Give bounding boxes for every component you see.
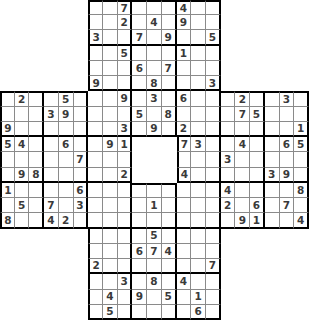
cell-r21c10[interactable]	[132, 305, 147, 320]
cell-r15c7[interactable]	[88, 213, 103, 228]
cell-r3c6	[74, 30, 89, 45]
cell-r15c12[interactable]	[162, 213, 177, 228]
cell-r1c14[interactable]	[191, 0, 206, 15]
cell-r10c15[interactable]	[206, 137, 221, 152]
cell-r4c16	[221, 46, 236, 61]
given-r1c9: 7	[118, 0, 133, 15]
cell-r6c4	[44, 76, 59, 91]
given-r7c11: 3	[147, 91, 162, 106]
cell-r12c7[interactable]	[88, 168, 103, 183]
cell-r18c11[interactable]	[147, 259, 162, 274]
cell-r6c17	[235, 76, 250, 91]
given-r19c11: 8	[147, 274, 162, 289]
cell-r11c5[interactable]	[59, 152, 74, 167]
cell-r1c19	[265, 0, 280, 15]
cell-r7c6[interactable]	[74, 91, 89, 106]
cell-r11c2[interactable]	[15, 152, 30, 167]
cell-r3c4	[44, 30, 59, 45]
cell-r17c20	[280, 244, 295, 259]
given-r15c1: 8	[0, 213, 15, 228]
cell-r12c8[interactable]	[103, 168, 118, 183]
given-r9c21: 1	[294, 122, 309, 137]
given-r3c12: 9	[162, 30, 177, 45]
cell-r6c14[interactable]	[191, 76, 206, 91]
cell-r15c8[interactable]	[103, 213, 118, 228]
cell-r1c11[interactable]	[147, 0, 162, 15]
cell-r8c14[interactable]	[191, 107, 206, 122]
cell-r5c14[interactable]	[191, 61, 206, 76]
cell-r18c10[interactable]	[132, 259, 147, 274]
cell-r10c7[interactable]	[88, 137, 103, 152]
cell-r9c12[interactable]	[162, 122, 177, 137]
cell-r13c11[interactable]	[147, 183, 162, 198]
cell-r2c2	[15, 15, 30, 30]
cell-r8c13[interactable]	[177, 107, 192, 122]
cell-r21c9[interactable]	[118, 305, 133, 320]
cell-r9c6[interactable]	[74, 122, 89, 137]
cell-r8c11[interactable]	[147, 107, 162, 122]
cell-r20c17	[235, 290, 250, 305]
cell-r18c12[interactable]	[162, 259, 177, 274]
cell-r19c10[interactable]	[132, 274, 147, 289]
cell-r13c17[interactable]	[235, 183, 250, 198]
cell-r1c7[interactable]	[88, 0, 103, 15]
cell-r14c8[interactable]	[103, 198, 118, 213]
cell-r14c19[interactable]	[265, 198, 280, 213]
cell-r8c2[interactable]	[15, 107, 30, 122]
cell-r8c7[interactable]	[88, 107, 103, 122]
cell-r16c3	[29, 229, 44, 244]
cell-r2c19	[265, 15, 280, 30]
cell-r16c13[interactable]	[177, 229, 192, 244]
given-r3c10: 7	[132, 30, 147, 45]
cell-r11c11	[147, 152, 162, 167]
cell-r9c14[interactable]	[191, 122, 206, 137]
cell-r5c7[interactable]	[88, 61, 103, 76]
cell-r14c10[interactable]	[132, 198, 147, 213]
cell-r7c4[interactable]	[44, 91, 59, 106]
cell-r4c10[interactable]	[132, 46, 147, 61]
cell-r21c16	[221, 305, 236, 320]
cell-r9c18[interactable]	[250, 122, 265, 137]
cell-r15c16[interactable]	[221, 213, 236, 228]
cell-r19c12[interactable]	[162, 274, 177, 289]
cell-r11c18[interactable]	[250, 152, 265, 167]
cell-r4c7[interactable]	[88, 46, 103, 61]
cell-r9c20[interactable]	[280, 122, 295, 137]
cell-r16c21	[294, 229, 309, 244]
given-r14c18: 6	[250, 198, 265, 213]
cell-r6c2	[15, 76, 30, 91]
cell-r13c2[interactable]	[15, 183, 30, 198]
cell-r8c20[interactable]	[280, 107, 295, 122]
cell-r9c5[interactable]	[59, 122, 74, 137]
cell-r3c9[interactable]	[118, 30, 133, 45]
cell-r4c15[interactable]	[206, 46, 221, 61]
cell-r17c15[interactable]	[206, 244, 221, 259]
cell-r16c10[interactable]	[132, 229, 147, 244]
cell-r6c13[interactable]	[177, 76, 192, 91]
given-r13c6: 6	[74, 183, 89, 198]
cell-r13c7[interactable]	[88, 183, 103, 198]
cell-r21c13[interactable]	[177, 305, 192, 320]
cell-r18c9[interactable]	[118, 259, 133, 274]
cell-r5c9[interactable]	[118, 61, 133, 76]
cell-r21c15[interactable]	[206, 305, 221, 320]
cell-r9c19[interactable]	[265, 122, 280, 137]
cell-r20c15[interactable]	[206, 290, 221, 305]
cell-r19c4	[44, 274, 59, 289]
cell-r11c7[interactable]	[88, 152, 103, 167]
cell-r1c20	[280, 0, 295, 15]
cell-r8c3[interactable]	[29, 107, 44, 122]
cell-r21c4	[44, 305, 59, 320]
cell-r13c8[interactable]	[103, 183, 118, 198]
cell-r13c13[interactable]	[177, 183, 192, 198]
cell-r17c18	[250, 244, 265, 259]
cell-r16c12[interactable]	[162, 229, 177, 244]
cell-r4c8[interactable]	[103, 46, 118, 61]
cell-r16c8[interactable]	[103, 229, 118, 244]
cell-r10c3[interactable]	[29, 137, 44, 152]
cell-r17c7[interactable]	[88, 244, 103, 259]
cell-r19c14[interactable]	[191, 274, 206, 289]
cell-r12c6[interactable]	[74, 168, 89, 183]
cell-r18c19	[265, 259, 280, 274]
cell-r9c8[interactable]	[103, 122, 118, 137]
cell-r13c3[interactable]	[29, 183, 44, 198]
cell-r10c4[interactable]	[44, 137, 59, 152]
cell-r12c17[interactable]	[235, 168, 250, 183]
given-r8c18: 5	[250, 107, 265, 122]
cell-r10c6[interactable]	[74, 137, 89, 152]
cell-r3c21	[294, 30, 309, 45]
cell-r6c9[interactable]	[118, 76, 133, 91]
given-r10c20: 6	[280, 137, 295, 152]
cell-r6c10[interactable]	[132, 76, 147, 91]
cell-r11c8[interactable]	[103, 152, 118, 167]
cell-r20c6	[74, 290, 89, 305]
cell-r4c4	[44, 46, 59, 61]
cell-r19c20	[280, 274, 295, 289]
cell-r4c11[interactable]	[147, 46, 162, 61]
cell-r17c9[interactable]	[118, 244, 133, 259]
cell-r21c7[interactable]	[88, 305, 103, 320]
cell-r12c5[interactable]	[59, 168, 74, 183]
cell-r11c15[interactable]	[206, 152, 221, 167]
cell-r2c15[interactable]	[206, 15, 221, 30]
cell-r9c15[interactable]	[206, 122, 221, 137]
cell-r4c17	[235, 46, 250, 61]
samurai-sudoku-board: 7424937955167983259362339587593921546917…	[0, 0, 309, 320]
cell-r14c21[interactable]	[294, 198, 309, 213]
cell-r20c9[interactable]	[118, 290, 133, 305]
cell-r16c18	[250, 229, 265, 244]
cell-r20c13[interactable]	[177, 290, 192, 305]
cell-r17c13[interactable]	[177, 244, 192, 259]
cell-r15c20[interactable]	[280, 213, 295, 228]
cell-r15c14[interactable]	[191, 213, 206, 228]
cell-r20c11[interactable]	[147, 290, 162, 305]
cell-r11c3[interactable]	[29, 152, 44, 167]
cell-r15c19[interactable]	[265, 213, 280, 228]
cell-r13c20[interactable]	[280, 183, 295, 198]
cell-r2c20	[280, 15, 295, 30]
cell-r16c9[interactable]	[118, 229, 133, 244]
cell-r9c7[interactable]	[88, 122, 103, 137]
cell-r20c21	[294, 290, 309, 305]
cell-r2c12[interactable]	[162, 15, 177, 30]
cell-r3c13[interactable]	[177, 30, 192, 45]
cell-r13c18[interactable]	[250, 183, 265, 198]
cell-r6c21	[294, 76, 309, 91]
cell-r4c18	[250, 46, 265, 61]
cell-r4c5	[59, 46, 74, 61]
cell-r7c8[interactable]	[103, 91, 118, 106]
cell-r10c18[interactable]	[250, 137, 265, 152]
cell-r21c2	[15, 305, 30, 320]
cell-r7c12[interactable]	[162, 91, 177, 106]
cell-r3c8[interactable]	[103, 30, 118, 45]
cell-r18c14[interactable]	[191, 259, 206, 274]
cell-r11c13[interactable]	[177, 152, 192, 167]
cell-r8c9[interactable]	[118, 107, 133, 122]
cell-r4c12[interactable]	[162, 46, 177, 61]
cell-r9c2[interactable]	[15, 122, 30, 137]
cell-r5c17	[235, 61, 250, 76]
cell-r14c5[interactable]	[59, 198, 74, 213]
cell-r6c12[interactable]	[162, 76, 177, 91]
given-r13c1: 1	[0, 183, 15, 198]
cell-r15c10[interactable]	[132, 213, 147, 228]
cell-r2c14[interactable]	[191, 15, 206, 30]
cell-r17c17	[235, 244, 250, 259]
cell-r20c2	[15, 290, 30, 305]
cell-r4c19	[265, 46, 280, 61]
given-r8c4: 3	[44, 107, 59, 122]
cell-r19c8[interactable]	[103, 274, 118, 289]
cell-r1c17	[235, 0, 250, 15]
cell-r15c13[interactable]	[177, 213, 192, 228]
cell-r15c6[interactable]	[74, 213, 89, 228]
cell-r9c3[interactable]	[29, 122, 44, 137]
cell-r16c5	[59, 229, 74, 244]
cell-r15c11[interactable]	[147, 213, 162, 228]
cell-r4c1	[0, 46, 15, 61]
cell-r7c21[interactable]	[294, 91, 309, 106]
cell-r1c18	[250, 0, 265, 15]
cell-r2c3	[29, 15, 44, 30]
cell-r2c7[interactable]	[88, 15, 103, 30]
cell-r5c13[interactable]	[177, 61, 192, 76]
cell-r20c16	[221, 290, 236, 305]
cell-r14c17[interactable]	[235, 198, 250, 213]
cell-r13c19[interactable]	[265, 183, 280, 198]
cell-r1c10[interactable]	[132, 0, 147, 15]
cell-r5c19	[265, 61, 280, 76]
cell-r2c17	[235, 15, 250, 30]
cell-r1c21	[294, 0, 309, 15]
cell-r14c14[interactable]	[191, 198, 206, 213]
cell-r12c21[interactable]	[294, 168, 309, 183]
cell-r3c16	[221, 30, 236, 45]
cell-r1c8[interactable]	[103, 0, 118, 15]
cell-r8c15[interactable]	[206, 107, 221, 122]
cell-r18c13[interactable]	[177, 259, 192, 274]
cell-r4c14[interactable]	[191, 46, 206, 61]
cell-r11c17[interactable]	[235, 152, 250, 167]
given-r16c11: 5	[147, 229, 162, 244]
cell-r21c21	[294, 305, 309, 320]
cell-r3c11[interactable]	[147, 30, 162, 45]
cell-r13c9[interactable]	[118, 183, 133, 198]
cell-r7c1[interactable]	[0, 91, 15, 106]
cell-r10c19[interactable]	[265, 137, 280, 152]
cell-r20c18	[250, 290, 265, 305]
given-r17c10: 6	[132, 244, 147, 259]
cell-r5c3	[29, 61, 44, 76]
cell-r19c16	[221, 274, 236, 289]
cell-r8c6[interactable]	[74, 107, 89, 122]
cell-r19c3	[29, 274, 44, 289]
cell-r7c3[interactable]	[29, 91, 44, 106]
cell-r12c10	[132, 168, 147, 183]
cell-r21c11[interactable]	[147, 305, 162, 320]
cell-r8c16[interactable]	[221, 107, 236, 122]
cell-r13c4[interactable]	[44, 183, 59, 198]
cell-r15c15[interactable]	[206, 213, 221, 228]
cell-r7c10[interactable]	[132, 91, 147, 106]
cell-r17c8[interactable]	[103, 244, 118, 259]
cell-r9c10[interactable]	[132, 122, 147, 137]
cell-r12c14[interactable]	[191, 168, 206, 183]
cell-r7c18[interactable]	[250, 91, 265, 106]
cell-r15c3[interactable]	[29, 213, 44, 228]
cell-r7c14[interactable]	[191, 91, 206, 106]
given-r2c11: 4	[147, 15, 162, 30]
cell-r14c15[interactable]	[206, 198, 221, 213]
cell-r16c15[interactable]	[206, 229, 221, 244]
cell-r2c8[interactable]	[103, 15, 118, 30]
given-r14c16: 2	[221, 198, 236, 213]
cell-r9c16[interactable]	[221, 122, 236, 137]
given-r9c1: 9	[0, 122, 15, 137]
cell-r21c12[interactable]	[162, 305, 177, 320]
cell-r15c2[interactable]	[15, 213, 30, 228]
given-r10c2: 4	[15, 137, 30, 152]
cell-r10c12	[162, 137, 177, 152]
cell-r13c12[interactable]	[162, 183, 177, 198]
cell-r20c7[interactable]	[88, 290, 103, 305]
cell-r7c15[interactable]	[206, 91, 221, 106]
cell-r8c1[interactable]	[0, 107, 15, 122]
cell-r14c7[interactable]	[88, 198, 103, 213]
given-r10c5: 6	[59, 137, 74, 152]
cell-r5c11[interactable]	[147, 61, 162, 76]
cell-r19c15[interactable]	[206, 274, 221, 289]
given-r14c20: 7	[280, 198, 295, 213]
cell-r6c5	[59, 76, 74, 91]
cell-r19c17	[235, 274, 250, 289]
cell-r10c16[interactable]	[221, 137, 236, 152]
cell-r5c15[interactable]	[206, 61, 221, 76]
cell-r14c1[interactable]	[0, 198, 15, 213]
cell-r12c16[interactable]	[221, 168, 236, 183]
cell-r16c7[interactable]	[88, 229, 103, 244]
cell-r2c10[interactable]	[132, 15, 147, 30]
cell-r1c12[interactable]	[162, 0, 177, 15]
given-r6c15: 3	[206, 76, 221, 91]
cell-r8c21[interactable]	[294, 107, 309, 122]
cell-r7c19[interactable]	[265, 91, 280, 106]
given-r5c12: 7	[162, 61, 177, 76]
cell-r3c20	[280, 30, 295, 45]
cell-r13c5[interactable]	[59, 183, 74, 198]
cell-r11c19[interactable]	[265, 152, 280, 167]
given-r7c20: 3	[280, 91, 295, 106]
given-r14c2: 5	[15, 198, 30, 213]
cell-r14c13[interactable]	[177, 198, 192, 213]
given-r19c9: 3	[118, 274, 133, 289]
cell-r12c15[interactable]	[206, 168, 221, 183]
cell-r11c20[interactable]	[280, 152, 295, 167]
cell-r11c21[interactable]	[294, 152, 309, 167]
cell-r18c8[interactable]	[103, 259, 118, 274]
cell-r17c14[interactable]	[191, 244, 206, 259]
cell-r19c7[interactable]	[88, 274, 103, 289]
given-r4c9: 5	[118, 46, 133, 61]
cell-r12c4[interactable]	[44, 168, 59, 183]
cell-r11c1[interactable]	[0, 152, 15, 167]
cell-r16c19	[265, 229, 280, 244]
cell-r3c2	[15, 30, 30, 45]
cell-r8c19[interactable]	[265, 107, 280, 122]
cell-r7c7[interactable]	[88, 91, 103, 106]
cell-r12c18[interactable]	[250, 168, 265, 183]
cell-r9c17[interactable]	[235, 122, 250, 137]
cell-r10c11	[147, 137, 162, 152]
cell-r15c9[interactable]	[118, 213, 133, 228]
cell-r11c14[interactable]	[191, 152, 206, 167]
cell-r20c4	[44, 290, 59, 305]
cell-r11c12	[162, 152, 177, 167]
cell-r21c18	[250, 305, 265, 320]
cell-r6c8[interactable]	[103, 76, 118, 91]
cell-r14c12[interactable]	[162, 198, 177, 213]
cell-r16c14[interactable]	[191, 229, 206, 244]
cell-r14c3[interactable]	[29, 198, 44, 213]
cell-r12c12	[162, 168, 177, 183]
given-r12c3: 8	[29, 168, 44, 183]
cell-r1c15[interactable]	[206, 0, 221, 15]
given-r15c4: 4	[44, 213, 59, 228]
cell-r12c1[interactable]	[0, 168, 15, 183]
cell-r8c8[interactable]	[103, 107, 118, 122]
given-r17c11: 7	[147, 244, 162, 259]
cell-r11c9[interactable]	[118, 152, 133, 167]
cell-r13c15[interactable]	[206, 183, 221, 198]
cell-r13c10[interactable]	[132, 183, 147, 198]
cell-r7c16[interactable]	[221, 91, 236, 106]
cell-r5c8[interactable]	[103, 61, 118, 76]
cell-r11c4[interactable]	[44, 152, 59, 167]
cell-r3c14[interactable]	[191, 30, 206, 45]
cell-r18c21	[294, 259, 309, 274]
given-r12c19: 3	[265, 168, 280, 183]
cell-r14c9[interactable]	[118, 198, 133, 213]
cell-r13c14[interactable]	[191, 183, 206, 198]
cell-r9c4[interactable]	[44, 122, 59, 137]
